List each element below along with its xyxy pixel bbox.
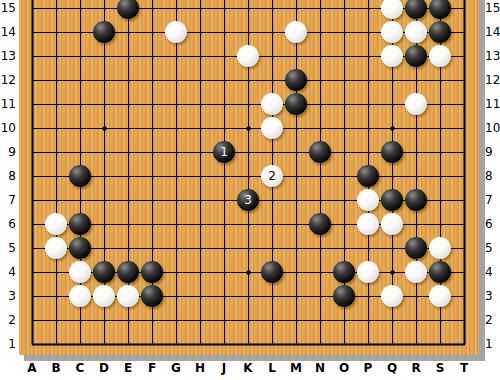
stone-black-F3[interactable] xyxy=(141,285,163,307)
stone-white-R11[interactable] xyxy=(405,93,427,115)
move-number-label: 1 xyxy=(220,146,228,158)
row-label-right-12: 12 xyxy=(485,72,500,88)
stone-white-L10[interactable] xyxy=(261,117,283,139)
stone-black-J9[interactable]: 1 xyxy=(213,141,235,163)
star-point-D10 xyxy=(102,126,106,130)
stone-white-S5[interactable] xyxy=(429,237,451,259)
stone-black-D14[interactable] xyxy=(93,21,115,43)
stone-black-K7[interactable]: 3 xyxy=(237,189,259,211)
stone-black-C6[interactable] xyxy=(69,213,91,235)
row-label-right-6: 6 xyxy=(485,216,500,232)
row-label-left-2: 2 xyxy=(0,312,16,328)
move-number-label: 3 xyxy=(244,194,252,206)
stone-black-E4[interactable] xyxy=(117,261,139,283)
stone-white-K13[interactable] xyxy=(237,45,259,67)
stone-white-R14[interactable] xyxy=(405,21,427,43)
row-label-right-8: 8 xyxy=(485,168,500,184)
stone-black-M12[interactable] xyxy=(285,69,307,91)
row-label-right-13: 13 xyxy=(485,48,500,64)
row-label-left-11: 11 xyxy=(0,96,16,112)
row-label-right-1: 1 xyxy=(485,336,500,352)
row-label-left-8: 8 xyxy=(0,168,16,184)
stone-black-C8[interactable] xyxy=(69,165,91,187)
stone-black-F4[interactable] xyxy=(141,261,163,283)
stone-white-D3[interactable] xyxy=(93,285,115,307)
col-label-A: A xyxy=(20,361,44,376)
row-label-left-3: 3 xyxy=(0,288,16,304)
stone-white-L8[interactable]: 2 xyxy=(261,165,283,187)
col-label-S: S xyxy=(428,361,452,376)
col-label-N: N xyxy=(308,361,332,376)
col-label-B: B xyxy=(44,361,68,376)
col-label-O: O xyxy=(332,361,356,376)
stone-black-M11[interactable] xyxy=(285,93,307,115)
row-label-left-7: 7 xyxy=(0,192,16,208)
stone-white-Q6[interactable] xyxy=(381,213,403,235)
col-label-H: H xyxy=(188,361,212,376)
star-point-K4 xyxy=(246,270,250,274)
row-label-left-4: 4 xyxy=(0,264,16,280)
row-label-right-15: 15 xyxy=(485,0,500,16)
col-label-L: L xyxy=(260,361,284,376)
row-label-right-9: 9 xyxy=(485,144,500,160)
stone-white-L11[interactable] xyxy=(261,93,283,115)
stone-white-S13[interactable] xyxy=(429,45,451,67)
star-point-K10 xyxy=(246,126,250,130)
stone-white-Q3[interactable] xyxy=(381,285,403,307)
col-label-P: P xyxy=(356,361,380,376)
stone-black-R5[interactable] xyxy=(405,237,427,259)
col-label-E: E xyxy=(116,361,140,376)
row-label-right-7: 7 xyxy=(485,192,500,208)
stone-white-C4[interactable] xyxy=(69,261,91,283)
stone-white-G14[interactable] xyxy=(165,21,187,43)
stone-black-Q7[interactable] xyxy=(381,189,403,211)
row-label-right-3: 3 xyxy=(485,288,500,304)
stone-white-B5[interactable] xyxy=(45,237,67,259)
stone-black-S14[interactable] xyxy=(429,21,451,43)
stone-black-Q9[interactable] xyxy=(381,141,403,163)
row-label-left-14: 14 xyxy=(0,24,16,40)
stone-black-N6[interactable] xyxy=(309,213,331,235)
col-label-C: C xyxy=(68,361,92,376)
row-label-left-9: 9 xyxy=(0,144,16,160)
row-label-left-15: 15 xyxy=(0,0,16,16)
stone-black-R13[interactable] xyxy=(405,45,427,67)
stone-black-N9[interactable] xyxy=(309,141,331,163)
stone-black-O4[interactable] xyxy=(333,261,355,283)
col-label-Q: Q xyxy=(380,361,404,376)
star-point-Q10 xyxy=(390,126,394,130)
row-label-left-12: 12 xyxy=(0,72,16,88)
stone-white-P4[interactable] xyxy=(357,261,379,283)
go-app-window: 132 151514141313121211111010998877665544… xyxy=(0,0,500,380)
stone-black-D4[interactable] xyxy=(93,261,115,283)
row-label-left-5: 5 xyxy=(0,240,16,256)
stone-white-M14[interactable] xyxy=(285,21,307,43)
stone-black-S4[interactable] xyxy=(429,261,451,283)
stone-white-P6[interactable] xyxy=(357,213,379,235)
stone-black-O3[interactable] xyxy=(333,285,355,307)
stone-white-Q13[interactable] xyxy=(381,45,403,67)
stone-white-B6[interactable] xyxy=(45,213,67,235)
stone-black-C5[interactable] xyxy=(69,237,91,259)
row-label-left-13: 13 xyxy=(0,48,16,64)
stone-white-S3[interactable] xyxy=(429,285,451,307)
stone-black-L4[interactable] xyxy=(261,261,283,283)
row-label-right-4: 4 xyxy=(485,264,500,280)
stone-black-P8[interactable] xyxy=(357,165,379,187)
row-label-left-6: 6 xyxy=(0,216,16,232)
col-label-G: G xyxy=(164,361,188,376)
col-label-F: F xyxy=(140,361,164,376)
stone-white-C3[interactable] xyxy=(69,285,91,307)
stone-black-R7[interactable] xyxy=(405,189,427,211)
star-point-Q4 xyxy=(390,270,394,274)
row-label-right-11: 11 xyxy=(485,96,500,112)
row-label-right-5: 5 xyxy=(485,240,500,256)
col-label-D: D xyxy=(92,361,116,376)
row-label-left-10: 10 xyxy=(0,120,16,136)
stone-white-Q14[interactable] xyxy=(381,21,403,43)
row-label-left-1: 1 xyxy=(0,336,16,352)
row-label-right-2: 2 xyxy=(485,312,500,328)
col-label-M: M xyxy=(284,361,308,376)
stone-white-R4[interactable] xyxy=(405,261,427,283)
stone-white-E3[interactable] xyxy=(117,285,139,307)
row-label-right-14: 14 xyxy=(485,24,500,40)
row-label-right-10: 10 xyxy=(485,120,500,136)
move-number-label: 2 xyxy=(268,170,276,182)
col-label-J: J xyxy=(212,361,236,376)
col-label-K: K xyxy=(236,361,260,376)
col-label-R: R xyxy=(404,361,428,376)
col-label-T: T xyxy=(452,361,476,376)
stone-white-P7[interactable] xyxy=(357,189,379,211)
